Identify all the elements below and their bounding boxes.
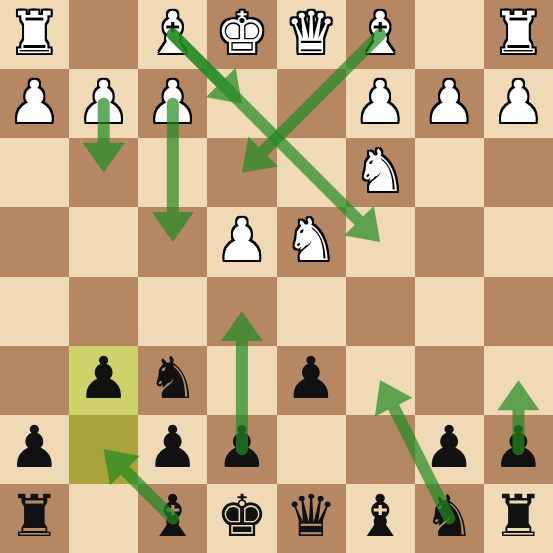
square-a2[interactable]: ♟ xyxy=(484,69,553,138)
square-c2[interactable]: ♟ xyxy=(346,69,415,138)
square-a1[interactable]: ♜ xyxy=(484,0,553,69)
square-h8[interactable]: ♜ xyxy=(0,484,69,553)
piece-white-queen[interactable]: ♛ xyxy=(285,4,337,62)
piece-white-king[interactable]: ♚ xyxy=(216,4,268,62)
piece-black-pawn[interactable]: ♟ xyxy=(216,418,268,476)
square-h4[interactable] xyxy=(0,207,69,276)
board-squares: ♜♝♚♛♝♜♟♟♟♟♟♟♞♟♞♟♞♟♟♟♟♟♟♜♝♚♛♝♞♜ xyxy=(0,0,553,553)
square-d8[interactable]: ♛ xyxy=(277,484,346,553)
piece-white-rook[interactable]: ♜ xyxy=(9,4,61,62)
square-h6[interactable] xyxy=(0,346,69,415)
square-a4[interactable] xyxy=(484,207,553,276)
square-f5[interactable] xyxy=(138,277,207,346)
piece-white-pawn[interactable]: ♟ xyxy=(9,73,61,131)
square-g2[interactable]: ♟ xyxy=(69,69,138,138)
piece-white-knight[interactable]: ♞ xyxy=(354,142,406,200)
square-e2[interactable] xyxy=(207,69,276,138)
piece-black-bishop[interactable]: ♝ xyxy=(354,487,406,545)
square-f8[interactable]: ♝ xyxy=(138,484,207,553)
piece-black-knight[interactable]: ♞ xyxy=(423,487,475,545)
square-d6[interactable]: ♟ xyxy=(277,346,346,415)
piece-black-rook[interactable]: ♜ xyxy=(492,487,544,545)
square-b6[interactable] xyxy=(415,346,484,415)
piece-white-pawn[interactable]: ♟ xyxy=(354,73,406,131)
square-c6[interactable] xyxy=(346,346,415,415)
square-h3[interactable] xyxy=(0,138,69,207)
square-b7[interactable]: ♟ xyxy=(415,415,484,484)
piece-black-rook[interactable]: ♜ xyxy=(9,487,61,545)
piece-white-pawn[interactable]: ♟ xyxy=(492,73,544,131)
square-g5[interactable] xyxy=(69,277,138,346)
square-d7[interactable] xyxy=(277,415,346,484)
square-b3[interactable] xyxy=(415,138,484,207)
square-h7[interactable]: ♟ xyxy=(0,415,69,484)
piece-black-pawn[interactable]: ♟ xyxy=(423,418,475,476)
square-f6[interactable]: ♞ xyxy=(138,346,207,415)
square-c1[interactable]: ♝ xyxy=(346,0,415,69)
piece-black-queen[interactable]: ♛ xyxy=(285,487,337,545)
square-a8[interactable]: ♜ xyxy=(484,484,553,553)
square-a6[interactable] xyxy=(484,346,553,415)
piece-white-rook[interactable]: ♜ xyxy=(492,4,544,62)
piece-black-pawn[interactable]: ♟ xyxy=(147,418,199,476)
square-e7[interactable]: ♟ xyxy=(207,415,276,484)
square-e8[interactable]: ♚ xyxy=(207,484,276,553)
square-d3[interactable] xyxy=(277,138,346,207)
square-b1[interactable] xyxy=(415,0,484,69)
piece-white-pawn[interactable]: ♟ xyxy=(147,73,199,131)
square-g7[interactable] xyxy=(69,415,138,484)
square-h2[interactable]: ♟ xyxy=(0,69,69,138)
square-f4[interactable] xyxy=(138,207,207,276)
square-b4[interactable] xyxy=(415,207,484,276)
square-d2[interactable] xyxy=(277,69,346,138)
square-f7[interactable]: ♟ xyxy=(138,415,207,484)
square-g1[interactable] xyxy=(69,0,138,69)
piece-white-pawn[interactable]: ♟ xyxy=(78,73,130,131)
square-e3[interactable] xyxy=(207,138,276,207)
square-b8[interactable]: ♞ xyxy=(415,484,484,553)
piece-black-pawn[interactable]: ♟ xyxy=(285,349,337,407)
square-c8[interactable]: ♝ xyxy=(346,484,415,553)
square-d1[interactable]: ♛ xyxy=(277,0,346,69)
square-c4[interactable] xyxy=(346,207,415,276)
square-b5[interactable] xyxy=(415,277,484,346)
square-h1[interactable]: ♜ xyxy=(0,0,69,69)
piece-black-bishop[interactable]: ♝ xyxy=(147,487,199,545)
square-c5[interactable] xyxy=(346,277,415,346)
square-e1[interactable]: ♚ xyxy=(207,0,276,69)
piece-white-bishop[interactable]: ♝ xyxy=(147,4,199,62)
piece-black-pawn[interactable]: ♟ xyxy=(9,418,61,476)
square-d4[interactable]: ♞ xyxy=(277,207,346,276)
piece-white-knight[interactable]: ♞ xyxy=(285,211,337,269)
square-g8[interactable] xyxy=(69,484,138,553)
square-c7[interactable] xyxy=(346,415,415,484)
square-f3[interactable] xyxy=(138,138,207,207)
square-a3[interactable] xyxy=(484,138,553,207)
square-g3[interactable] xyxy=(69,138,138,207)
piece-black-knight[interactable]: ♞ xyxy=(147,349,199,407)
square-f2[interactable]: ♟ xyxy=(138,69,207,138)
piece-black-king[interactable]: ♚ xyxy=(216,487,268,545)
chess-board: ♜♝♚♛♝♜♟♟♟♟♟♟♞♟♞♟♞♟♟♟♟♟♟♜♝♚♛♝♞♜ xyxy=(0,0,553,553)
square-e6[interactable] xyxy=(207,346,276,415)
square-f1[interactable]: ♝ xyxy=(138,0,207,69)
piece-white-pawn[interactable]: ♟ xyxy=(423,73,475,131)
piece-black-pawn[interactable]: ♟ xyxy=(492,418,544,476)
square-h5[interactable] xyxy=(0,277,69,346)
square-e5[interactable] xyxy=(207,277,276,346)
square-e4[interactable]: ♟ xyxy=(207,207,276,276)
square-b2[interactable]: ♟ xyxy=(415,69,484,138)
square-d5[interactable] xyxy=(277,277,346,346)
square-g4[interactable] xyxy=(69,207,138,276)
piece-white-bishop[interactable]: ♝ xyxy=(354,4,406,62)
piece-white-pawn[interactable]: ♟ xyxy=(216,211,268,269)
square-a7[interactable]: ♟ xyxy=(484,415,553,484)
square-c3[interactable]: ♞ xyxy=(346,138,415,207)
square-a5[interactable] xyxy=(484,277,553,346)
square-g6[interactable]: ♟ xyxy=(69,346,138,415)
piece-black-pawn[interactable]: ♟ xyxy=(78,349,130,407)
